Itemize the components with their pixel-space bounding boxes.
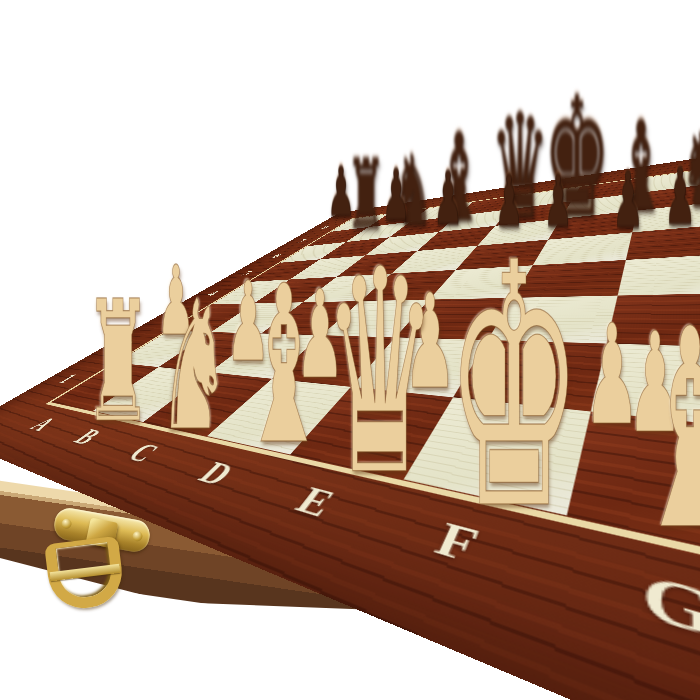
piece-white-bishop-f1: ♝ [634,293,700,568]
clasp-screw-icon [132,530,144,542]
piece-white-bishop-c1: ♝ [240,257,328,475]
chess-set-photo: ABCDEFGH12345678 ♜♞♝♛♚♝♞♟♟♟♟♟♟♟♟♟♟♟♟♟♜♞♝… [0,0,700,700]
piece-black-pawn-g7: ♟ [664,158,696,237]
piece-black-pawn-f7: ♟ [612,161,644,239]
piece-white-king-e1: ♚ [446,220,583,557]
piece-white-knight-b1: ♞ [158,277,231,456]
clasp-screw-icon [61,518,73,530]
piece-white-rook-a1: ♜ [84,278,152,446]
piece-white-queen-d1: ♛ [323,233,437,515]
